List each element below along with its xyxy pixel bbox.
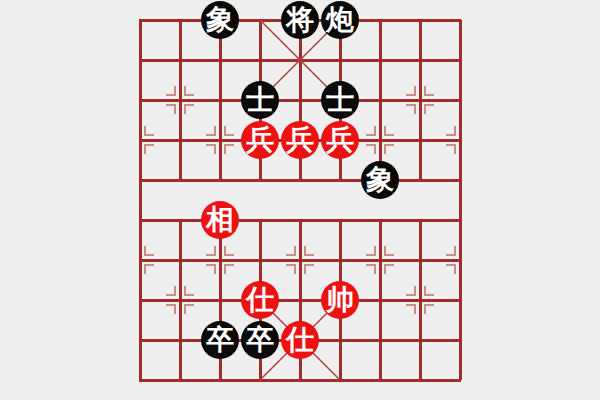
piece-red-soldier[interactable]: 兵 bbox=[321, 121, 359, 159]
piece-red-soldier[interactable]: 兵 bbox=[281, 121, 319, 159]
piece-red-general[interactable]: 帅 bbox=[321, 281, 359, 319]
xiangqi-board: 象将炮士士兵兵兵象相仕帅卒卒仕 bbox=[0, 0, 600, 400]
piece-black-advisor[interactable]: 士 bbox=[321, 81, 359, 119]
piece-red-advisor[interactable]: 仕 bbox=[241, 281, 279, 319]
piece-red-advisor[interactable]: 仕 bbox=[281, 321, 319, 359]
piece-black-elephant[interactable]: 象 bbox=[201, 1, 239, 39]
piece-black-advisor[interactable]: 士 bbox=[241, 81, 279, 119]
piece-black-general[interactable]: 将 bbox=[281, 1, 319, 39]
piece-red-soldier[interactable]: 兵 bbox=[241, 121, 279, 159]
piece-black-soldier[interactable]: 卒 bbox=[201, 321, 239, 359]
piece-black-elephant[interactable]: 象 bbox=[361, 161, 399, 199]
piece-red-elephant[interactable]: 相 bbox=[201, 201, 239, 239]
xiangqi-screenshot: 象将炮士士兵兵兵象相仕帅卒卒仕 bbox=[0, 0, 600, 400]
pieces-layer: 象将炮士士兵兵兵象相仕帅卒卒仕 bbox=[0, 0, 600, 400]
piece-black-cannon[interactable]: 炮 bbox=[321, 1, 359, 39]
piece-black-soldier[interactable]: 卒 bbox=[241, 321, 279, 359]
